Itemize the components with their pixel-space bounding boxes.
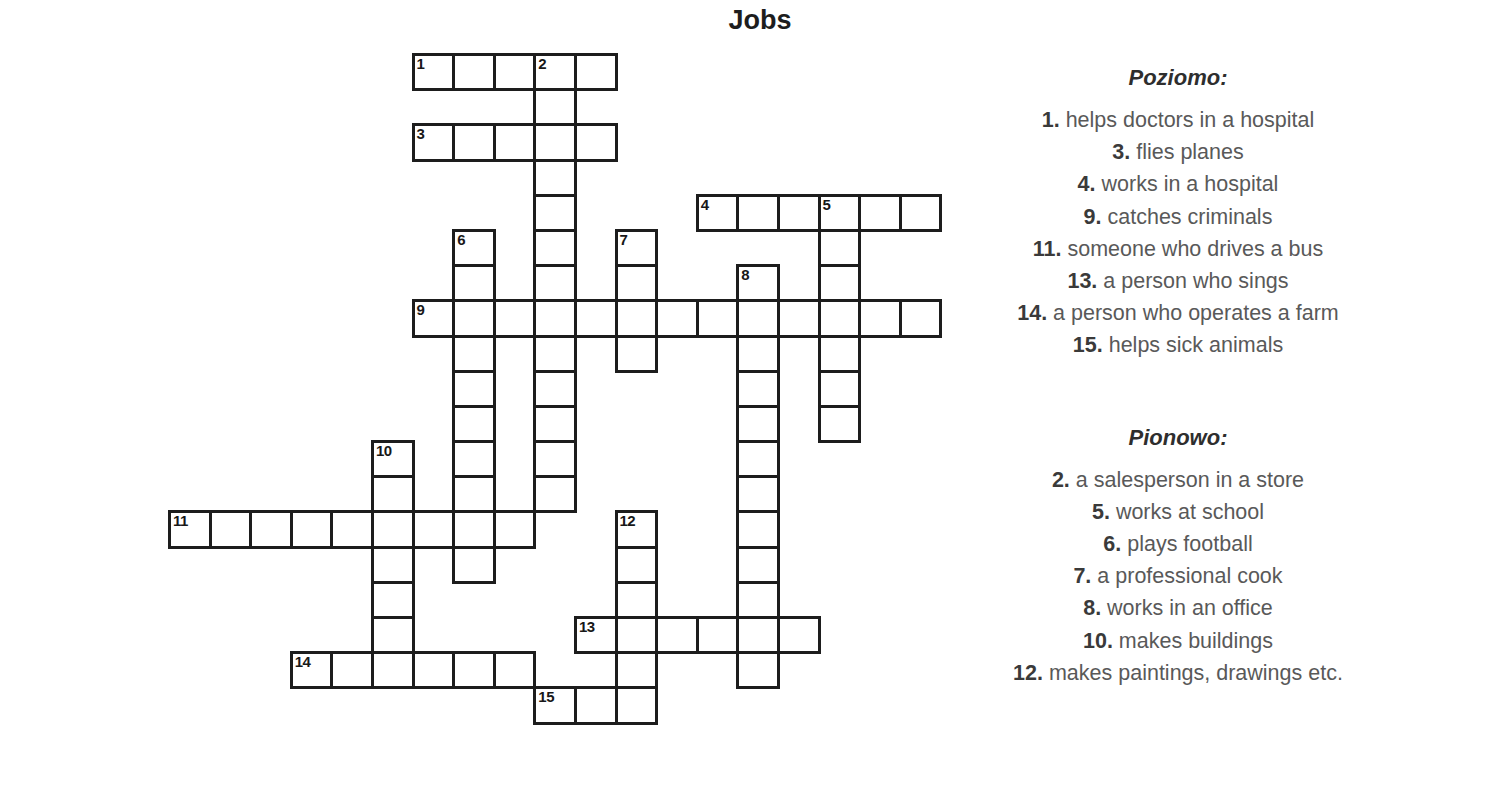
cell[interactable] (615, 264, 659, 302)
across-heading: Poziomo: (975, 64, 1381, 92)
clue-down-2: 2. a salesperson in a store (975, 464, 1381, 496)
cell[interactable] (452, 264, 496, 302)
across-clue-list: 1. helps doctors in a hospital3. flies p… (975, 104, 1381, 362)
cell-number: 10 (376, 443, 392, 458)
crossword-grid: 123456789101112131415 (170, 55, 941, 724)
cell[interactable] (533, 440, 577, 478)
clue-across-3: 3. flies planes (975, 136, 1381, 168)
cell[interactable]: 11 (168, 510, 212, 548)
cell[interactable]: 8 (736, 264, 780, 302)
clue-text: catches criminals (1108, 205, 1273, 229)
cell[interactable] (533, 370, 577, 408)
cell[interactable]: 7 (615, 229, 659, 267)
cell[interactable] (330, 510, 374, 548)
cell[interactable] (533, 405, 577, 443)
cell[interactable] (533, 264, 577, 302)
clue-number: 12. (1013, 661, 1043, 685)
cell[interactable] (736, 616, 780, 654)
cell[interactable] (452, 370, 496, 408)
cell[interactable] (574, 123, 618, 161)
cell[interactable] (533, 229, 577, 267)
cell[interactable] (452, 405, 496, 443)
cell[interactable] (452, 546, 496, 584)
cell-number: 2 (538, 56, 546, 71)
cell[interactable] (493, 651, 537, 689)
clue-down-12: 12. makes paintings, drawings etc. (975, 657, 1381, 689)
clue-number: 2. (1052, 468, 1070, 492)
cell[interactable] (493, 53, 537, 91)
clue-text: a salesperson in a store (1076, 468, 1304, 492)
cell[interactable] (899, 299, 943, 337)
cell[interactable] (371, 616, 415, 654)
cell[interactable] (574, 686, 618, 724)
cell-number: 5 (823, 197, 831, 212)
cell[interactable] (249, 510, 293, 548)
cell-number: 6 (457, 232, 465, 247)
cell-number: 15 (538, 689, 554, 704)
cell-number: 3 (417, 126, 425, 141)
cell-number: 8 (741, 267, 749, 282)
cell[interactable] (412, 651, 456, 689)
cell[interactable] (736, 546, 780, 584)
cell-number: 9 (417, 302, 425, 317)
cell[interactable] (858, 299, 902, 337)
clue-number: 14. (1017, 301, 1047, 325)
clue-down-7: 7. a professional cook (975, 560, 1381, 592)
clue-across-15: 15. helps sick animals (975, 329, 1381, 361)
cell[interactable] (777, 194, 821, 232)
clue-text: helps sick animals (1109, 333, 1283, 357)
cell[interactable] (818, 264, 862, 302)
puzzle-title: Jobs (20, 0, 1500, 40)
cell[interactable] (452, 299, 496, 337)
cell[interactable] (371, 581, 415, 619)
cell[interactable] (736, 475, 780, 513)
clue-across-9: 9. catches criminals (975, 201, 1381, 233)
clue-down-5: 5. works at school (975, 496, 1381, 528)
clue-across-4: 4. works in a hospital (975, 168, 1381, 200)
clue-number: 8. (1083, 596, 1101, 620)
clue-down-6: 6. plays football (975, 528, 1381, 560)
cell[interactable] (452, 440, 496, 478)
cell[interactable] (655, 299, 699, 337)
cell[interactable] (736, 510, 780, 548)
cell[interactable] (696, 299, 740, 337)
cell[interactable] (412, 510, 456, 548)
cell[interactable]: 12 (615, 510, 659, 548)
cell[interactable]: 4 (696, 194, 740, 232)
cell[interactable] (493, 123, 537, 161)
clue-text: works in an office (1107, 596, 1273, 620)
clue-text: a professional cook (1097, 564, 1282, 588)
cell[interactable] (615, 335, 659, 373)
cell[interactable] (452, 475, 496, 513)
cell[interactable] (533, 159, 577, 197)
cell[interactable] (736, 651, 780, 689)
cell[interactable]: 14 (290, 651, 334, 689)
cell[interactable] (533, 123, 577, 161)
cell[interactable] (290, 510, 334, 548)
clue-text: works at school (1116, 500, 1264, 524)
clue-text: someone who drives a bus (1067, 237, 1323, 261)
cell[interactable] (371, 546, 415, 584)
cell[interactable] (452, 510, 496, 548)
cell[interactable] (330, 651, 374, 689)
cell[interactable] (533, 88, 577, 126)
cell[interactable] (574, 299, 618, 337)
cell[interactable] (736, 405, 780, 443)
clues-panel: Poziomo: 1. helps doctors in a hospital3… (975, 64, 1381, 689)
clue-number: 7. (1073, 564, 1091, 588)
clue-number: 6. (1103, 532, 1121, 556)
cell[interactable] (736, 194, 780, 232)
cell[interactable] (493, 299, 537, 337)
cell[interactable] (736, 440, 780, 478)
cell[interactable] (818, 405, 862, 443)
cell[interactable] (818, 335, 862, 373)
cell[interactable] (736, 581, 780, 619)
clue-text: helps doctors in a hospital (1066, 108, 1315, 132)
cell[interactable]: 6 (452, 229, 496, 267)
cell[interactable] (696, 616, 740, 654)
clue-text: makes paintings, drawings etc. (1049, 661, 1343, 685)
cell[interactable] (858, 194, 902, 232)
down-heading: Pionowo: (975, 424, 1381, 452)
cell[interactable] (818, 229, 862, 267)
cell[interactable] (615, 651, 659, 689)
cell-number: 13 (579, 619, 595, 634)
cell[interactable]: 5 (818, 194, 862, 232)
down-clue-list: 2. a salesperson in a store5. works at s… (975, 464, 1381, 689)
clue-number: 3. (1112, 140, 1130, 164)
clue-down-8: 8. works in an office (975, 592, 1381, 624)
cell-number: 14 (295, 654, 311, 669)
cell[interactable] (899, 194, 943, 232)
cell[interactable] (533, 335, 577, 373)
cell[interactable] (777, 299, 821, 337)
clue-number: 11. (1033, 237, 1062, 261)
crossword-page: Jobs 123456789101112131415 Poziomo: 1. h… (0, 0, 1500, 785)
cell[interactable] (452, 123, 496, 161)
cell[interactable] (736, 299, 780, 337)
cell[interactable] (615, 546, 659, 584)
cell[interactable]: 9 (412, 299, 456, 337)
clue-number: 15. (1073, 333, 1103, 357)
clue-number: 10. (1083, 629, 1113, 653)
cell[interactable] (818, 370, 862, 408)
cell[interactable] (615, 686, 659, 724)
cell[interactable] (371, 475, 415, 513)
clue-down-10: 10. makes buildings (975, 625, 1381, 657)
cell[interactable] (777, 616, 821, 654)
clue-across-14: 14. a person who operates a farm (975, 297, 1381, 329)
cell[interactable] (615, 616, 659, 654)
clue-across-11: 11. someone who drives a bus (975, 233, 1381, 265)
clue-text: a person who operates a farm (1053, 301, 1339, 325)
cell[interactable]: 15 (533, 686, 577, 724)
cell-number: 7 (620, 232, 628, 247)
clue-text: flies planes (1136, 140, 1244, 164)
cell-number: 4 (701, 197, 709, 212)
cell[interactable] (818, 299, 862, 337)
clue-number: 9. (1084, 205, 1102, 229)
clue-text: a person who sings (1103, 269, 1288, 293)
cell[interactable] (736, 335, 780, 373)
cell[interactable] (615, 299, 659, 337)
cell[interactable]: 1 (412, 53, 456, 91)
cell[interactable] (209, 510, 253, 548)
cell[interactable] (452, 651, 496, 689)
cell[interactable] (452, 53, 496, 91)
clue-text: makes buildings (1119, 629, 1273, 653)
cell[interactable] (655, 616, 699, 654)
cell[interactable] (574, 53, 618, 91)
clue-number: 1. (1042, 108, 1060, 132)
cell[interactable] (371, 651, 415, 689)
cell[interactable] (615, 581, 659, 619)
cell[interactable] (371, 510, 415, 548)
clue-number: 4. (1078, 172, 1096, 196)
cell[interactable] (736, 370, 780, 408)
clue-number: 5. (1092, 500, 1110, 524)
clue-text: works in a hospital (1102, 172, 1279, 196)
cell[interactable]: 13 (574, 616, 618, 654)
clue-across-13: 13. a person who sings (975, 265, 1381, 297)
clue-number: 13. (1067, 269, 1097, 293)
cell[interactable] (533, 194, 577, 232)
cell-number: 1 (417, 56, 425, 71)
cell[interactable] (452, 335, 496, 373)
cell[interactable] (533, 475, 577, 513)
clue-text: plays football (1127, 532, 1253, 556)
cell-number: 11 (173, 513, 188, 528)
clue-across-1: 1. helps doctors in a hospital (975, 104, 1381, 136)
cell[interactable]: 3 (412, 123, 456, 161)
cell[interactable]: 2 (533, 53, 577, 91)
cell-number: 12 (620, 513, 636, 528)
cell[interactable]: 10 (371, 440, 415, 478)
cell[interactable] (493, 510, 537, 548)
cell[interactable] (533, 299, 577, 337)
